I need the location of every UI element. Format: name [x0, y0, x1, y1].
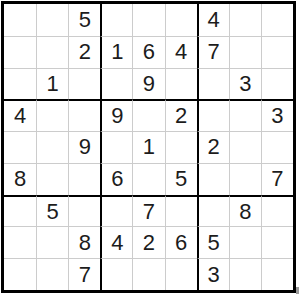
cell-r9c3[interactable]: 7: [68, 258, 100, 290]
cell-r1c5[interactable]: [132, 4, 164, 36]
cell-r8c7[interactable]: 5: [197, 226, 229, 258]
cell-r8c5[interactable]: 2: [132, 226, 164, 258]
cell-r4c9[interactable]: 3: [261, 99, 293, 131]
cell-r3c9[interactable]: [261, 68, 293, 100]
cell-r9c1[interactable]: [4, 258, 36, 290]
cell-r8c9[interactable]: [261, 226, 293, 258]
cell-r6c7[interactable]: [197, 163, 229, 195]
cell-r7c4[interactable]: [100, 195, 132, 227]
cell-r1c2[interactable]: [36, 4, 68, 36]
cell-r2c7[interactable]: 7: [197, 36, 229, 68]
cell-r3c1[interactable]: [4, 68, 36, 100]
cell-r5c3[interactable]: 9: [68, 131, 100, 163]
cell-r4c7[interactable]: [197, 99, 229, 131]
cell-r7c1[interactable]: [4, 195, 36, 227]
cell-r3c8[interactable]: 3: [229, 68, 261, 100]
cell-r4c5[interactable]: [132, 99, 164, 131]
cell-r3c7[interactable]: [197, 68, 229, 100]
cell-r8c6[interactable]: 6: [165, 226, 197, 258]
cell-r9c2[interactable]: [36, 258, 68, 290]
cell-r1c6[interactable]: [165, 4, 197, 36]
cell-r6c6[interactable]: 5: [165, 163, 197, 195]
cell-r1c9[interactable]: [261, 4, 293, 36]
cell-r1c8[interactable]: [229, 4, 261, 36]
cell-r1c1[interactable]: [4, 4, 36, 36]
cell-r4c2[interactable]: [36, 99, 68, 131]
cell-r5c1[interactable]: [4, 131, 36, 163]
cell-r7c8[interactable]: 8: [229, 195, 261, 227]
cell-r8c4[interactable]: 4: [100, 226, 132, 258]
edge-artifact: [296, 287, 299, 294]
cell-r6c8[interactable]: [229, 163, 261, 195]
cell-r3c3[interactable]: [68, 68, 100, 100]
cell-r4c8[interactable]: [229, 99, 261, 131]
cell-r2c5[interactable]: 6: [132, 36, 164, 68]
cell-r6c4[interactable]: 6: [100, 163, 132, 195]
cell-r5c8[interactable]: [229, 131, 261, 163]
cell-r5c7[interactable]: 2: [197, 131, 229, 163]
cell-r2c1[interactable]: [4, 36, 36, 68]
cell-r6c2[interactable]: [36, 163, 68, 195]
cell-r8c3[interactable]: 8: [68, 226, 100, 258]
cell-r9c9[interactable]: [261, 258, 293, 290]
cell-r5c5[interactable]: 1: [132, 131, 164, 163]
cell-r9c8[interactable]: [229, 258, 261, 290]
cell-r7c5[interactable]: 7: [132, 195, 164, 227]
cell-r3c5[interactable]: 9: [132, 68, 164, 100]
cell-r4c1[interactable]: 4: [4, 99, 36, 131]
cell-r3c4[interactable]: [100, 68, 132, 100]
cell-r6c5[interactable]: [132, 163, 164, 195]
cell-r2c8[interactable]: [229, 36, 261, 68]
cell-r2c3[interactable]: 2: [68, 36, 100, 68]
cell-r7c9[interactable]: [261, 195, 293, 227]
cell-r9c5[interactable]: [132, 258, 164, 290]
cell-r8c2[interactable]: [36, 226, 68, 258]
cell-r6c3[interactable]: [68, 163, 100, 195]
cell-r9c7[interactable]: 3: [197, 258, 229, 290]
cell-r3c6[interactable]: [165, 68, 197, 100]
cell-r4c3[interactable]: [68, 99, 100, 131]
cell-r9c4[interactable]: [100, 258, 132, 290]
cell-r2c4[interactable]: 1: [100, 36, 132, 68]
cell-r4c4[interactable]: 9: [100, 99, 132, 131]
cell-r8c1[interactable]: [4, 226, 36, 258]
cell-r7c6[interactable]: [165, 195, 197, 227]
cell-r1c7[interactable]: 4: [197, 4, 229, 36]
cell-r5c9[interactable]: [261, 131, 293, 163]
cell-r1c3[interactable]: 5: [68, 4, 100, 36]
cell-r6c1[interactable]: 8: [4, 163, 36, 195]
cell-r5c2[interactable]: [36, 131, 68, 163]
cell-r6c9[interactable]: 7: [261, 163, 293, 195]
cell-r4c6[interactable]: 2: [165, 99, 197, 131]
cell-r5c4[interactable]: [100, 131, 132, 163]
cell-r9c6[interactable]: [165, 258, 197, 290]
cell-r2c9[interactable]: [261, 36, 293, 68]
cell-r2c2[interactable]: [36, 36, 68, 68]
cell-r7c2[interactable]: 5: [36, 195, 68, 227]
cell-r5c6[interactable]: [165, 131, 197, 163]
cell-r7c3[interactable]: [68, 195, 100, 227]
cell-r8c8[interactable]: [229, 226, 261, 258]
sudoku-board: 5421647193492391286575788426573: [1, 1, 296, 293]
cell-r3c2[interactable]: 1: [36, 68, 68, 100]
cell-r7c7[interactable]: [197, 195, 229, 227]
cell-r1c4[interactable]: [100, 4, 132, 36]
cell-r2c6[interactable]: 4: [165, 36, 197, 68]
